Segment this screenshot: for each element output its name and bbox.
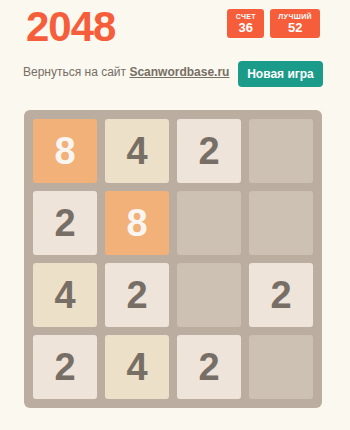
empty-cell-r2c4 — [249, 191, 313, 255]
best-score-badge: ЛУЧШИЙ 52 — [270, 9, 320, 38]
tile-r1c3: 2 — [177, 119, 241, 183]
tile-r3c1: 4 — [33, 263, 97, 327]
empty-cell-r1c4 — [249, 119, 313, 183]
empty-cell-r3c3 — [177, 263, 241, 327]
empty-cell-r4c4 — [249, 335, 313, 399]
game-page: 2048 СЧЕТ 36 ЛУЧШИЙ 52 Вернуться на сайт… — [0, 0, 350, 430]
best-score-value: 52 — [278, 21, 312, 35]
tile-r2c1: 2 — [33, 191, 97, 255]
page-title: 2048 — [26, 4, 115, 50]
tile-r3c4: 2 — [249, 263, 313, 327]
return-link-row: Вернуться на сайт Scanwordbase.ru — [23, 65, 229, 79]
score-panel: СЧЕТ 36 ЛУЧШИЙ 52 — [227, 9, 320, 38]
game-board[interactable]: 84228422242 — [24, 110, 322, 408]
empty-cell-r2c3 — [177, 191, 241, 255]
tile-r4c3: 2 — [177, 335, 241, 399]
site-link[interactable]: Scanwordbase.ru — [129, 65, 229, 79]
tile-r4c1: 2 — [33, 335, 97, 399]
tile-r1c1: 8 — [33, 119, 97, 183]
tile-r1c2: 4 — [105, 119, 169, 183]
tile-r3c2: 2 — [105, 263, 169, 327]
score-value: 36 — [235, 21, 256, 35]
tile-r4c2: 4 — [105, 335, 169, 399]
new-game-button[interactable]: Новая игра — [238, 61, 323, 87]
return-text: Вернуться на сайт — [23, 65, 129, 79]
score-badge: СЧЕТ 36 — [227, 9, 264, 38]
tile-r2c2: 8 — [105, 191, 169, 255]
